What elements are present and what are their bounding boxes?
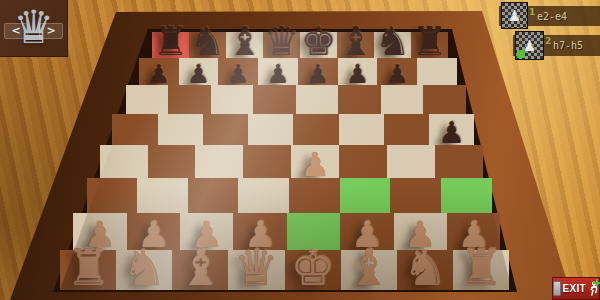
- pawn-icon: ♟: [508, 7, 521, 25]
- square-g7[interactable]: ♟: [377, 58, 417, 85]
- square-f4[interactable]: [339, 145, 387, 178]
- piece-white-bishop[interactable]: ♝: [178, 245, 223, 293]
- black-pawn-move-icon: ♟: [515, 31, 544, 60]
- exit-button[interactable]: EXIT: [552, 277, 600, 300]
- square-h1[interactable]: ♜: [453, 250, 509, 290]
- square-g1[interactable]: ♞: [397, 250, 453, 290]
- running-man-icon: [588, 281, 599, 296]
- move-number: 1: [529, 7, 535, 17]
- square-h5[interactable]: ♟: [429, 114, 474, 145]
- square-a6[interactable]: [126, 85, 169, 114]
- piece-black-knight[interactable]: ♞: [190, 22, 226, 60]
- piece-black-pawn[interactable]: ♟: [187, 62, 210, 87]
- square-a1[interactable]: ♜: [60, 250, 116, 290]
- wooden-table-background: ♜♞♝♛♚♝♞♜♟♟♟♟♟♟♟♟♟♟♟♟♟♟♟♟♜♞♝♛♚♝♞♜ < ♛ > ♟…: [0, 0, 600, 300]
- piece-white-queen[interactable]: ♛: [234, 245, 279, 293]
- square-f1[interactable]: ♝: [341, 250, 397, 290]
- square-c3[interactable]: [188, 178, 239, 213]
- piece-black-pawn[interactable]: ♟: [346, 62, 369, 87]
- square-a7[interactable]: ♟: [139, 58, 179, 85]
- piece-black-pawn[interactable]: ♟: [386, 62, 409, 87]
- square-h7[interactable]: [417, 58, 457, 85]
- square-d7[interactable]: ♟: [258, 58, 298, 85]
- move-number: 2: [545, 36, 551, 46]
- square-g5[interactable]: [384, 114, 429, 145]
- square-b8[interactable]: ♞: [189, 32, 226, 58]
- piece-white-rook[interactable]: ♜: [66, 245, 111, 293]
- rank-7: ♟♟♟♟♟♟♟: [139, 58, 457, 85]
- rank-8: ♜♞♝♛♚♝♞♜: [152, 32, 448, 58]
- piece-black-bishop[interactable]: ♝: [227, 22, 263, 60]
- move-entry-2: ♟ 2 h7-h5: [513, 35, 600, 56]
- square-a3[interactable]: [87, 178, 138, 213]
- door-icon: [553, 281, 561, 296]
- piece-white-king[interactable]: ♚: [290, 245, 335, 293]
- square-a5[interactable]: [112, 114, 157, 145]
- white-pawn-move-icon: ♟: [501, 2, 528, 29]
- square-b5[interactable]: [158, 114, 203, 145]
- square-c6[interactable]: [211, 85, 254, 114]
- square-d4[interactable]: [243, 145, 291, 178]
- rank-4: ♟: [100, 145, 483, 178]
- square-f5[interactable]: [339, 114, 384, 145]
- rank-3: [87, 178, 492, 213]
- square-b6[interactable]: [168, 85, 211, 114]
- piece-black-bishop[interactable]: ♝: [338, 22, 374, 60]
- square-c5[interactable]: [203, 114, 248, 145]
- square-e3[interactable]: [289, 178, 340, 213]
- move-text: e2-e4: [537, 11, 567, 22]
- square-e8[interactable]: ♚: [300, 32, 337, 58]
- square-d1[interactable]: ♛: [228, 250, 284, 290]
- rank-5: ♟: [112, 114, 474, 145]
- piece-black-rook[interactable]: ♜: [412, 22, 448, 60]
- square-d8[interactable]: ♛: [263, 32, 300, 58]
- rank-1: ♜♞♝♛♚♝♞♜: [60, 250, 509, 290]
- piece-black-rook[interactable]: ♜: [153, 22, 189, 60]
- square-b1[interactable]: ♞: [116, 250, 172, 290]
- piece-black-knight[interactable]: ♞: [375, 22, 411, 60]
- piece-white-bishop[interactable]: ♝: [346, 245, 391, 293]
- square-h4[interactable]: [435, 145, 483, 178]
- square-b4[interactable]: [148, 145, 196, 178]
- square-c8[interactable]: ♝: [226, 32, 263, 58]
- piece-black-pawn[interactable]: ♟: [227, 62, 250, 87]
- square-h3[interactable]: [441, 178, 492, 213]
- square-f8[interactable]: ♝: [337, 32, 374, 58]
- square-a4[interactable]: [100, 145, 148, 178]
- piece-black-pawn[interactable]: ♟: [147, 62, 170, 87]
- promotion-next-button[interactable]: >: [39, 23, 63, 39]
- square-f3[interactable]: [340, 178, 391, 213]
- square-h6[interactable]: [423, 85, 466, 114]
- piece-white-rook[interactable]: ♜: [459, 245, 504, 293]
- piece-black-pawn[interactable]: ♟: [438, 119, 465, 148]
- square-e4[interactable]: ♟: [291, 145, 339, 178]
- square-g4[interactable]: [387, 145, 435, 178]
- square-e1[interactable]: ♚: [285, 250, 341, 290]
- green-plus-icon: [593, 279, 600, 286]
- square-f7[interactable]: ♟: [338, 58, 378, 85]
- piece-white-knight[interactable]: ♞: [402, 245, 447, 293]
- move-text: h7-h5: [553, 40, 583, 51]
- piece-white-knight[interactable]: ♞: [122, 245, 167, 293]
- pawn-icon: ♟: [523, 37, 536, 55]
- square-g6[interactable]: [381, 85, 424, 114]
- square-d6[interactable]: [253, 85, 296, 114]
- square-e6[interactable]: [296, 85, 339, 114]
- square-a8[interactable]: ♜: [152, 32, 189, 58]
- square-c1[interactable]: ♝: [172, 250, 228, 290]
- square-c7[interactable]: ♟: [218, 58, 258, 85]
- move-entry-1: ♟ 1 e2-e4: [499, 6, 600, 26]
- piece-black-pawn[interactable]: ♟: [266, 62, 289, 87]
- piece-black-pawn[interactable]: ♟: [306, 62, 329, 87]
- rank-6: [126, 85, 466, 114]
- promotion-selector-panel: < ♛ >: [0, 0, 68, 57]
- square-c4[interactable]: [195, 145, 243, 178]
- piece-black-king[interactable]: ♚: [301, 22, 337, 60]
- piece-black-queen[interactable]: ♛: [264, 22, 300, 60]
- square-f6[interactable]: [338, 85, 381, 114]
- square-h8[interactable]: ♜: [411, 32, 448, 58]
- square-e5[interactable]: [293, 114, 338, 145]
- piece-white-pawn[interactable]: ♟: [300, 149, 330, 180]
- square-d3[interactable]: [238, 178, 289, 213]
- square-d5[interactable]: [248, 114, 293, 145]
- square-b3[interactable]: [137, 178, 188, 213]
- square-e7[interactable]: ♟: [298, 58, 338, 85]
- square-b7[interactable]: ♟: [179, 58, 219, 85]
- exit-label: EXIT: [563, 283, 586, 294]
- chess-board: ♜♞♝♛♚♝♞♜♟♟♟♟♟♟♟♟♟♟♟♟♟♟♟♟♜♞♝♛♚♝♞♜: [0, 0, 600, 300]
- square-g3[interactable]: [390, 178, 441, 213]
- square-g8[interactable]: ♞: [374, 32, 411, 58]
